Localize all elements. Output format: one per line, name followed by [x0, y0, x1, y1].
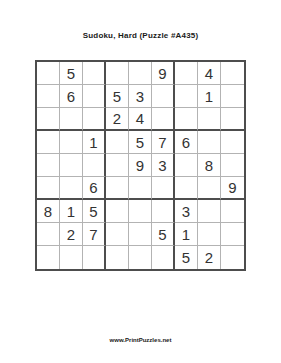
sudoku-cell-given: 5 — [83, 200, 106, 223]
sudoku-cell-given: 3 — [152, 154, 175, 177]
sudoku-cell-empty[interactable] — [152, 108, 175, 131]
footer-url: www.PrintPuzzles.net — [0, 337, 281, 343]
sudoku-cell-empty[interactable] — [83, 85, 106, 108]
sudoku-cell-empty[interactable] — [221, 223, 244, 246]
sudoku-cell-given: 6 — [60, 85, 83, 108]
sudoku-cell-empty[interactable] — [221, 108, 244, 131]
sudoku-cell-given: 5 — [152, 223, 175, 246]
sudoku-cell-empty[interactable] — [175, 177, 198, 200]
sudoku-cell-given: 3 — [129, 85, 152, 108]
sudoku-cell-empty[interactable] — [106, 177, 129, 200]
sudoku-cell-given: 1 — [198, 85, 221, 108]
sudoku-cell-empty[interactable] — [129, 62, 152, 85]
sudoku-cell-given: 9 — [221, 177, 244, 200]
sudoku-cell-given: 5 — [60, 62, 83, 85]
sudoku-cell-given: 2 — [60, 223, 83, 246]
sudoku-cell-given: 7 — [152, 131, 175, 154]
sudoku-cell-empty[interactable] — [106, 200, 129, 223]
sudoku-cell-empty[interactable] — [37, 154, 60, 177]
sudoku-cell-empty[interactable] — [106, 131, 129, 154]
sudoku-cell-empty[interactable] — [60, 108, 83, 131]
sudoku-cell-given: 1 — [175, 223, 198, 246]
sudoku-cell-empty[interactable] — [175, 85, 198, 108]
sudoku-cell-empty[interactable] — [106, 223, 129, 246]
sudoku-cell-given: 2 — [198, 246, 221, 269]
sudoku-cell-empty[interactable] — [37, 246, 60, 269]
sudoku-cell-empty[interactable] — [221, 85, 244, 108]
sudoku-cell-empty[interactable] — [37, 131, 60, 154]
sudoku-cell-empty[interactable] — [198, 223, 221, 246]
sudoku-cell-given: 9 — [129, 154, 152, 177]
sudoku-cell-empty[interactable] — [83, 108, 106, 131]
sudoku-cell-empty[interactable] — [221, 200, 244, 223]
sudoku-board: 5946531241576938698153275152 — [35, 60, 246, 271]
sudoku-cell-empty[interactable] — [221, 154, 244, 177]
sudoku-cell-empty[interactable] — [152, 177, 175, 200]
sudoku-cell-given — [221, 246, 244, 269]
sudoku-cell-empty[interactable] — [175, 154, 198, 177]
sudoku-cell-empty[interactable] — [83, 154, 106, 177]
sudoku-cell-empty[interactable] — [83, 246, 106, 269]
sudoku-cell-given: 1 — [60, 200, 83, 223]
sudoku-cell-empty[interactable] — [106, 62, 129, 85]
puzzle-title: Sudoku, Hard (Puzzle #A435) — [0, 31, 281, 40]
sudoku-cell-empty[interactable] — [129, 200, 152, 223]
sudoku-cell-empty[interactable] — [152, 200, 175, 223]
sudoku-cell-given: 5 — [106, 85, 129, 108]
sudoku-cell-empty[interactable] — [198, 177, 221, 200]
sudoku-cell-empty[interactable] — [152, 85, 175, 108]
sudoku-cell-empty[interactable] — [175, 62, 198, 85]
sudoku-page: Sudoku, Hard (Puzzle #A435) 594653124157… — [0, 0, 281, 363]
sudoku-cell-empty[interactable] — [198, 131, 221, 154]
sudoku-cell-given: 5 — [129, 131, 152, 154]
sudoku-cell-empty[interactable] — [129, 223, 152, 246]
sudoku-cell-empty[interactable] — [198, 200, 221, 223]
sudoku-cell-given: 1 — [83, 131, 106, 154]
sudoku-cell-given: 4 — [129, 108, 152, 131]
sudoku-cell-empty[interactable] — [60, 177, 83, 200]
sudoku-cell-empty[interactable] — [37, 223, 60, 246]
sudoku-cell-given: 8 — [37, 200, 60, 223]
sudoku-cell-empty[interactable] — [106, 246, 129, 269]
sudoku-cell-given: 9 — [152, 62, 175, 85]
sudoku-cell-given: 6 — [83, 177, 106, 200]
sudoku-cell-empty[interactable] — [129, 246, 152, 269]
sudoku-cell-given: 2 — [106, 108, 129, 131]
sudoku-cell-empty[interactable] — [198, 108, 221, 131]
sudoku-cell-empty[interactable] — [60, 246, 83, 269]
sudoku-cell-empty[interactable] — [221, 62, 244, 85]
sudoku-cell-given: 8 — [198, 154, 221, 177]
sudoku-cell-empty[interactable] — [152, 246, 175, 269]
sudoku-cell-empty[interactable] — [129, 177, 152, 200]
sudoku-cell-empty[interactable] — [60, 131, 83, 154]
sudoku-cell-given: 5 — [175, 246, 198, 269]
sudoku-cell-given: 7 — [83, 223, 106, 246]
sudoku-cell-empty[interactable] — [175, 108, 198, 131]
sudoku-cell-empty[interactable] — [37, 62, 60, 85]
sudoku-cell-empty[interactable] — [37, 108, 60, 131]
sudoku-cell-given: 3 — [175, 200, 198, 223]
sudoku-cell-empty[interactable] — [221, 131, 244, 154]
sudoku-cell-given: 4 — [198, 62, 221, 85]
sudoku-cell-empty[interactable] — [60, 154, 83, 177]
sudoku-cell-empty[interactable] — [83, 62, 106, 85]
sudoku-cell-empty[interactable] — [37, 177, 60, 200]
sudoku-cell-given: 6 — [175, 131, 198, 154]
sudoku-cell-empty[interactable] — [106, 154, 129, 177]
sudoku-cell-empty[interactable] — [37, 85, 60, 108]
